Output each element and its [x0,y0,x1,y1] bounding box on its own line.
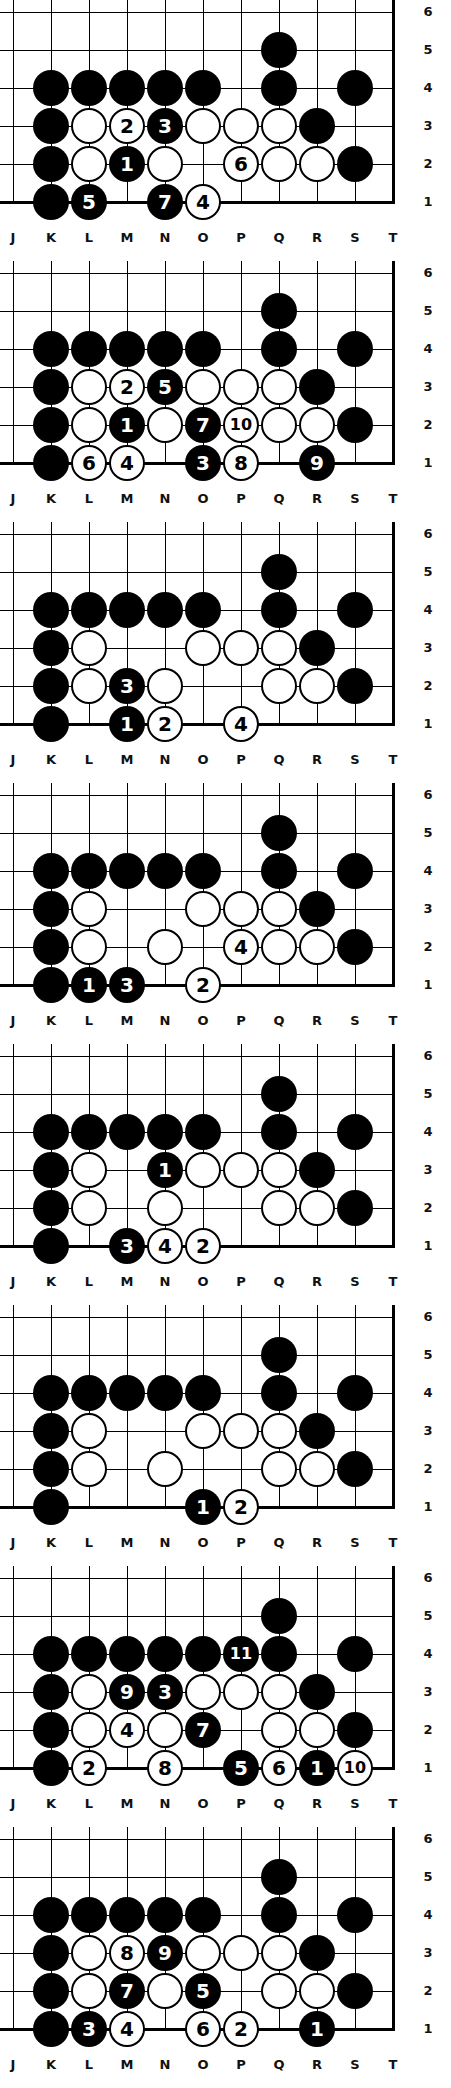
coordinate-label-row: 1 [415,1499,441,1515]
coordinate-label-column: S [342,1274,368,1290]
coordinate-label-column: N [152,1796,178,1812]
white-stone [147,929,183,965]
coordinate-label-column: T [380,1274,406,1290]
coordinate-label-row: 4 [415,863,441,879]
black-stone [71,592,107,628]
white-stone [299,407,335,443]
coordinate-label-column: K [38,230,64,246]
move-number: 8 [158,1758,172,1778]
board-edge-right [392,1827,395,2031]
white-stone [261,1935,297,1971]
coordinate-label-row: 4 [415,602,441,618]
coordinate-label-column: O [190,491,216,507]
black-stone [147,70,183,106]
board-edge-right [392,522,395,726]
white-stone [223,1152,259,1188]
black-stone [109,853,145,889]
coordinate-label-column: S [342,230,368,246]
black-stone-move: 1 [147,1152,183,1188]
white-stone-move: 4 [109,1712,145,1748]
coordinate-label-row: 4 [415,1124,441,1140]
white-stone [147,1451,183,1487]
coordinate-label-column: R [304,1796,330,1812]
black-stone-move: 7 [109,1973,145,2009]
grid-line-horizontal [0,534,395,535]
coordinate-label-row: 3 [415,118,441,134]
coordinate-label-column: L [76,2057,102,2073]
coordinate-label-row: 6 [415,526,441,542]
black-stone [337,1114,373,1150]
move-number: 3 [82,2019,96,2039]
coordinate-label-row: 2 [415,1722,441,1738]
move-number: 2 [234,1497,248,1517]
move-number: 1 [82,975,96,995]
black-stone [299,1935,335,1971]
white-stone-move: 6 [261,1750,297,1786]
move-number: 9 [120,1682,134,1702]
black-stone [299,1674,335,1710]
black-stone [147,331,183,367]
black-stone-move: 1 [109,146,145,182]
coordinate-label-column: M [114,1535,140,1551]
black-stone [109,1375,145,1411]
black-stone [33,1375,69,1411]
coordinate-label-row: 3 [415,1162,441,1178]
white-stone [71,407,107,443]
black-stone [337,1973,373,2009]
coordinate-label-column: P [228,230,254,246]
black-stone [71,70,107,106]
black-stone [109,70,145,106]
board-edge-right [392,0,395,204]
move-number: 1 [120,714,134,734]
black-stone [147,853,183,889]
move-number: 6 [234,154,248,174]
black-stone [71,1897,107,1933]
go-diagram-8: 123456789JKLMNOPQRST654321 [0,1827,451,2088]
black-stone [147,1897,183,1933]
coordinate-label-column: M [114,2057,140,2073]
black-stone-move: 3 [71,2011,107,2047]
black-stone [33,108,69,144]
white-stone [71,1674,107,1710]
black-stone [261,1897,297,1933]
grid-line-vertical [241,1827,242,2031]
coordinate-label-row: 5 [415,825,441,841]
black-stone [33,891,69,927]
black-stone [261,1375,297,1411]
move-number: 2 [120,116,134,136]
coordinate-label-column: P [228,1796,254,1812]
grid-line-vertical [13,1044,14,1248]
black-stone [261,1076,297,1112]
coordinate-label-column: N [152,491,178,507]
white-stone [299,1451,335,1487]
move-number: 5 [234,1758,248,1778]
black-stone [261,70,297,106]
white-stone [185,108,221,144]
coordinate-label-column: K [38,491,64,507]
coordinate-label-column: R [304,2057,330,2073]
coordinate-label-column: N [152,230,178,246]
move-number: 3 [120,676,134,696]
black-stone-move: 5 [71,184,107,220]
white-stone [185,1935,221,1971]
move-number: 9 [310,453,324,473]
coordinate-label-row: 1 [415,716,441,732]
coordinate-label-row: 1 [415,455,441,471]
white-stone [71,146,107,182]
black-stone [33,1489,69,1525]
black-stone [71,853,107,889]
white-stone [223,108,259,144]
white-stone [71,1152,107,1188]
black-stone [33,929,69,965]
white-stone [71,668,107,704]
black-stone-move: 1 [109,407,145,443]
black-stone [261,554,297,590]
move-number: 6 [272,1758,286,1778]
black-stone [33,369,69,405]
move-number: 1 [120,154,134,174]
coordinate-label-column: L [76,1796,102,1812]
black-stone [337,331,373,367]
coordinate-label-column: S [342,1796,368,1812]
black-stone [33,184,69,220]
coordinate-label-column: P [228,1274,254,1290]
white-stone [261,146,297,182]
black-stone [33,1152,69,1188]
coordinate-label-row: 6 [415,1309,441,1325]
coordinate-label-row: 3 [415,1945,441,1961]
white-stone-move: 4 [109,2011,145,2047]
white-stone [223,369,259,405]
coordinate-label-column: L [76,1274,102,1290]
move-number: 8 [234,453,248,473]
black-stone [261,1337,297,1373]
black-stone [261,1114,297,1150]
black-stone [261,32,297,68]
black-stone [337,1190,373,1226]
black-stone [185,331,221,367]
coordinate-label-column: T [380,1796,406,1812]
black-stone [33,1897,69,1933]
white-stone [71,891,107,927]
white-stone [147,668,183,704]
black-stone [109,1114,145,1150]
white-stone [223,1413,259,1449]
coordinate-label-row: 4 [415,1646,441,1662]
white-stone [185,1413,221,1449]
move-number: 1 [196,1497,210,1517]
white-stone [185,891,221,927]
coordinate-label-column: J [0,752,26,768]
black-stone [71,1375,107,1411]
black-stone [337,1451,373,1487]
black-stone [33,1973,69,2009]
coordinate-label-row: 2 [415,156,441,172]
move-number: 7 [196,415,210,435]
white-stone [299,1712,335,1748]
white-stone [71,1190,107,1226]
move-number: 4 [196,192,210,212]
black-stone [33,1114,69,1150]
coordinate-label-column: M [114,1796,140,1812]
black-stone-move: 1 [299,2011,335,2047]
white-stone [71,630,107,666]
go-diagram-1: 1234567JKLMNOPQRST654321 [0,0,451,261]
white-stone [71,1451,107,1487]
move-number: 2 [196,975,210,995]
white-stone-move: 2 [109,369,145,405]
black-stone [33,445,69,481]
grid-line-horizontal [0,1355,395,1356]
white-stone [261,1973,297,2009]
black-stone [33,1228,69,1264]
black-stone [337,407,373,443]
coordinate-label-column: P [228,752,254,768]
coordinate-label-row: 6 [415,787,441,803]
black-stone [261,853,297,889]
coordinate-label-column: K [38,1796,64,1812]
go-diagram-6: 12JKLMNOPQRST654321 [0,1305,451,1566]
white-stone-move: 2 [185,1228,221,1264]
black-stone-move: 9 [147,1935,183,1971]
grid-line-vertical [13,0,14,204]
coordinate-label-column: O [190,752,216,768]
move-number: 7 [196,1720,210,1740]
coordinate-label-row: 2 [415,417,441,433]
move-number: 6 [82,453,96,473]
move-number: 8 [120,1943,134,1963]
coordinate-label-column: J [0,1013,26,1029]
white-stone-move: 2 [185,967,221,1003]
coordinate-label-row: 2 [415,678,441,694]
white-stone [71,1413,107,1449]
black-stone [261,1859,297,1895]
coordinate-label-row: 5 [415,42,441,58]
white-stone [71,1973,107,2009]
black-stone [109,1636,145,1672]
coordinate-label-column: Q [266,1796,292,1812]
coordinate-label-column: P [228,1535,254,1551]
white-stone [261,1413,297,1449]
coordinate-label-column: M [114,230,140,246]
white-stone-move: 6 [185,2011,221,2047]
coordinate-label-column: Q [266,1535,292,1551]
white-stone-move: 8 [223,445,259,481]
black-stone [337,1712,373,1748]
black-stone [33,1451,69,1487]
coordinate-label-column: O [190,1274,216,1290]
white-stone-move: 4 [185,184,221,220]
coordinate-label-row: 2 [415,1200,441,1216]
coordinate-label-row: 3 [415,379,441,395]
white-stone [299,1973,335,2009]
white-stone-move: 6 [223,146,259,182]
coordinate-label-column: T [380,2057,406,2073]
coordinate-label-column: R [304,1013,330,1029]
coordinate-label-column: T [380,491,406,507]
grid-line-horizontal [0,311,395,312]
move-number: 2 [196,1236,210,1256]
black-stone-move: 3 [109,1228,145,1264]
black-stone-move: 5 [147,369,183,405]
black-stone [261,592,297,628]
coordinate-label-row: 5 [415,1869,441,1885]
coordinate-label-column: J [0,230,26,246]
coordinate-label-column: S [342,2057,368,2073]
coordinate-label-column: J [0,1535,26,1551]
coordinate-label-row: 2 [415,939,441,955]
coordinate-label-row: 6 [415,1570,441,1586]
coordinate-label-column: K [38,1535,64,1551]
black-stone [337,146,373,182]
board-edge-right [392,783,395,987]
coordinate-label-column: J [0,1274,26,1290]
white-stone [71,108,107,144]
coordinate-label-column: K [38,2057,64,2073]
white-stone [261,1190,297,1226]
black-stone [109,1897,145,1933]
coordinate-label-column: L [76,1013,102,1029]
black-stone [299,108,335,144]
coordinate-label-column: L [76,1535,102,1551]
move-number: 1 [120,415,134,435]
grid-line-horizontal [0,1616,395,1617]
coordinate-label-column: T [380,230,406,246]
black-stone-move: 7 [185,407,221,443]
grid-line-vertical [13,1827,14,2031]
white-stone [261,407,297,443]
black-stone [185,592,221,628]
move-number: 4 [120,1720,134,1740]
coordinate-label-row: 6 [415,4,441,20]
coordinate-label-column: M [114,1013,140,1029]
coordinate-label-column: Q [266,2057,292,2073]
coordinate-label-column: T [380,1013,406,1029]
black-stone-move: 9 [299,445,335,481]
white-stone-move: 4 [147,1228,183,1264]
coordinate-label-column: Q [266,230,292,246]
black-stone-move: 3 [109,668,145,704]
black-stone [33,668,69,704]
black-stone [299,891,335,927]
coordinate-label-column: S [342,752,368,768]
board-edge-right [392,1044,395,1248]
move-number: 10 [230,417,252,433]
white-stone [185,369,221,405]
coordinate-label-row: 1 [415,977,441,993]
grid-line-vertical [13,783,14,987]
coordinate-label-column: L [76,230,102,246]
black-stone [185,1375,221,1411]
coordinate-label-column: L [76,752,102,768]
coordinate-label-row: 4 [415,341,441,357]
black-stone [337,592,373,628]
black-stone [337,70,373,106]
move-number: 1 [158,1160,172,1180]
move-number: 5 [82,192,96,212]
coordinate-label-row: 5 [415,1086,441,1102]
grid-line-horizontal [0,1317,395,1318]
black-stone [109,592,145,628]
black-stone-move: 5 [185,1973,221,2009]
black-stone-move: 1 [185,1489,221,1525]
black-stone-move: 11 [223,1636,259,1672]
coordinate-label-row: 1 [415,194,441,210]
move-number: 3 [120,975,134,995]
coordinate-label-column: M [114,1274,140,1290]
black-stone [33,1413,69,1449]
white-stone [299,1190,335,1226]
move-number: 2 [120,377,134,397]
black-stone [261,1636,297,1672]
coordinate-label-row: 6 [415,265,441,281]
black-stone [33,1636,69,1672]
black-stone-move: 1 [71,967,107,1003]
white-stone [147,146,183,182]
white-stone-move: 2 [109,108,145,144]
coordinate-label-column: P [228,1013,254,1029]
black-stone [299,1152,335,1188]
black-stone-move: 3 [109,967,145,1003]
white-stone-move: 8 [109,1935,145,1971]
white-stone [185,630,221,666]
coordinate-label-column: T [380,752,406,768]
white-stone [261,1152,297,1188]
grid-line-horizontal [0,50,395,51]
white-stone-move: 8 [147,1750,183,1786]
white-stone [261,108,297,144]
grid-line-horizontal [0,273,395,274]
move-number: 4 [234,937,248,957]
white-stone-move: 2 [223,1489,259,1525]
coordinate-label-column: O [190,1535,216,1551]
white-stone-move: 4 [223,929,259,965]
white-stone [261,1451,297,1487]
white-stone [261,369,297,405]
move-number: 5 [196,1981,210,2001]
coordinate-label-column: K [38,1274,64,1290]
black-stone [33,2011,69,2047]
white-stone [261,929,297,965]
coordinate-label-row: 1 [415,1760,441,1776]
move-number: 1 [310,2019,324,2039]
black-stone [33,1750,69,1786]
black-stone [33,70,69,106]
black-stone [337,853,373,889]
black-stone [33,853,69,889]
white-stone-move: 10 [337,1750,373,1786]
black-stone [71,331,107,367]
black-stone [147,592,183,628]
move-number: 4 [120,2019,134,2039]
move-number: 7 [158,192,172,212]
coordinate-label-row: 3 [415,901,441,917]
white-stone [261,668,297,704]
grid-line-vertical [13,261,14,465]
white-stone [261,1712,297,1748]
coordinate-label-column: R [304,1274,330,1290]
white-stone [147,407,183,443]
coordinate-label-row: 6 [415,1048,441,1064]
grid-line-horizontal [0,12,395,13]
coordinate-label-column: K [38,1013,64,1029]
black-stone [33,592,69,628]
coordinate-label-row: 1 [415,2021,441,2037]
white-stone [223,1674,259,1710]
